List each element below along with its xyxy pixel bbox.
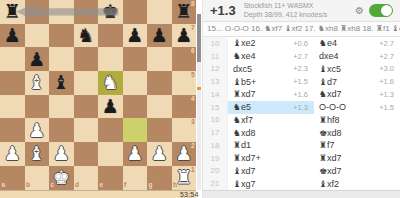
square-b8[interactable]: [25, 0, 50, 24]
clock: 53:54: [180, 191, 199, 198]
black-move-eval: +2.7: [379, 39, 394, 48]
square-f6[interactable]: [123, 47, 148, 71]
move-number: 21: [203, 177, 228, 190]
square-c6[interactable]: [49, 47, 74, 71]
white-move-san: ♝xd7: [233, 166, 256, 176]
white-move-cell-16[interactable]: ♞xf7: [228, 114, 314, 127]
black-knight-d7: ♞: [74, 24, 99, 48]
white-move-san: ♝xg7: [233, 179, 256, 189]
black-move-cell-19[interactable]: ♜xd7: [314, 152, 400, 165]
move-number: 16: [203, 114, 228, 127]
square-b5[interactable]: ♝: [25, 71, 50, 95]
black-move-eval: +1.3: [379, 90, 394, 99]
white-move-san: ♜d1: [233, 140, 251, 150]
square-b6[interactable]: ♟: [25, 47, 50, 71]
white-move-cell-11[interactable]: ♞xe4+2.7: [228, 50, 314, 63]
white-move-cell-20[interactable]: ♝xd7: [228, 165, 314, 178]
square-b4[interactable]: [25, 95, 50, 119]
square-b1[interactable]: b: [25, 166, 50, 190]
square-c5[interactable]: ♝: [49, 71, 74, 95]
white-move-cell-21[interactable]: ♝xg7: [228, 177, 314, 190]
square-h5[interactable]: 5: [172, 71, 197, 95]
black-move-cell-16[interactable]: ♜hf8: [314, 114, 400, 127]
black-move-san: ♜hf8: [319, 115, 340, 125]
square-h6[interactable]: 6: [172, 47, 197, 71]
white-move-cell-19[interactable]: ♜xd7+: [228, 152, 314, 165]
black-rook-h8: ♜: [172, 0, 197, 24]
principal-variation[interactable]: 15... O-O-O 16. ♞xf7 ♝xf2 17. ♞xh8 ♜xh8 …: [203, 22, 400, 37]
scrollbar-current-marker: [197, 87, 201, 90]
white-move-cell-17[interactable]: ♞xd8: [228, 126, 314, 139]
white-knight-e5: ♞: [98, 71, 123, 95]
white-pawn-a2: ♟: [0, 142, 25, 166]
black-move-san: ♝xc5: [319, 64, 341, 74]
square-d2[interactable]: [74, 142, 99, 166]
black-bishop-c5: ♝: [49, 71, 74, 95]
square-e6[interactable]: [98, 47, 123, 71]
white-pawn-h2: ♟: [172, 142, 197, 166]
black-move-san: ♝d7: [319, 77, 337, 87]
white-bishop-b5: ♝: [25, 71, 50, 95]
move-row-11: 11♞xe4+2.7dxe4+2.7: [203, 50, 400, 63]
square-e2[interactable]: [98, 142, 123, 166]
white-pawn-f2: ♟: [123, 142, 148, 166]
black-pawn-a7: ♟: [0, 24, 25, 48]
rank-label-7: 7: [191, 25, 195, 32]
square-d6[interactable]: [74, 47, 99, 71]
engine-depth: Depth 38/99, 412 knodes/s: [244, 11, 328, 20]
file-label-d: d: [75, 182, 79, 189]
black-move-san: ♚xd8: [319, 128, 342, 138]
settings-gear-icon[interactable]: ⚙: [352, 6, 367, 16]
white-move-cell-18[interactable]: ♜d1: [228, 139, 314, 152]
move-list: 10♝xe2+0.6♞e4+2.711♞xe4+2.7dxe4+2.712dxc…: [203, 37, 400, 190]
square-c3[interactable]: [49, 118, 74, 142]
square-g8[interactable]: [147, 0, 172, 24]
square-c1[interactable]: c♚: [49, 166, 74, 190]
square-h3[interactable]: 3: [172, 118, 197, 142]
square-g5[interactable]: [147, 71, 172, 95]
movelist-scrollbar[interactable]: [197, 0, 201, 198]
white-pawn-b3: ♟: [25, 118, 50, 142]
square-b3[interactable]: ♟: [25, 118, 50, 142]
black-move-san: dxe4: [319, 51, 339, 61]
black-move-san: ♝xf2: [319, 179, 339, 189]
white-move-san: ♝xe2: [233, 38, 256, 48]
square-a6[interactable]: [0, 47, 25, 71]
black-pawn-h7: ♟: [172, 24, 197, 48]
black-move-cell-20[interactable]: ♚xd7: [314, 165, 400, 178]
square-e4[interactable]: ♟: [98, 95, 123, 119]
square-d3[interactable]: [74, 118, 99, 142]
square-a8[interactable]: ♜: [0, 0, 25, 24]
move-number: 17: [203, 126, 228, 139]
white-pawn-g2: ♟: [147, 142, 172, 166]
move-row-10: 10♝xe2+0.6♞e4+2.7: [203, 37, 400, 50]
square-c2[interactable]: ♟: [49, 142, 74, 166]
square-f8[interactable]: [123, 0, 148, 24]
black-move-cell-11[interactable]: dxe4+2.7: [314, 50, 400, 63]
chess-analysis-app: ♜♚8♜♟♞♟♟7♟♟6♝♝♞5♟4♟3♟♝♟♟♟2♟abc♚defgh1♜ 5…: [0, 0, 400, 198]
black-move-san: ♚xd7: [319, 166, 342, 176]
move-row-13: 13♝b5++1.5♝d7+1.6: [203, 75, 400, 88]
white-move-cell-12[interactable]: dxc5+2.3: [228, 63, 314, 76]
square-g2[interactable]: ♟: [147, 142, 172, 166]
black-move-cell-18[interactable]: ♜f7: [314, 139, 400, 152]
engine-name: Stockfish 11+ WASMX: [244, 2, 328, 11]
square-a4[interactable]: [0, 95, 25, 119]
move-row-17: 17♞xd8♚xd8: [203, 126, 400, 139]
square-d8[interactable]: [74, 0, 99, 24]
chess-board: ♜♚8♜♟♞♟♟7♟♟6♝♝♞5♟4♟3♟♝♟♟♟2♟abc♚defgh1♜ 5…: [0, 0, 196, 198]
rank-label-1: 1: [191, 167, 195, 174]
file-label-c: c: [51, 182, 55, 189]
square-d7[interactable]: ♞: [74, 24, 99, 48]
square-e1[interactable]: e: [98, 166, 123, 190]
scrollbar-thumb[interactable]: [197, 14, 201, 62]
white-bishop-b2: ♝: [25, 142, 50, 166]
black-move-cell-21[interactable]: ♝xf2: [314, 177, 400, 190]
file-label-e: e: [100, 182, 104, 189]
black-move-eval: +1.5: [379, 103, 394, 112]
white-move-san: ♞xf7: [233, 115, 253, 125]
board-footer: [0, 190, 196, 198]
toggle-knob-icon: [381, 5, 392, 16]
move-row-21: 21♝xg7♝xf2: [203, 177, 400, 190]
move-row-20: 20♝xd7♚xd7: [203, 165, 400, 178]
white-move-san: ♞xd8: [233, 128, 256, 138]
move-number: 13: [203, 75, 228, 88]
black-pawn-b6: ♟: [25, 47, 50, 71]
move-number: 18: [203, 139, 228, 152]
white-move-eval: +1.3: [293, 103, 308, 112]
move-number: 14: [203, 88, 228, 101]
square-e5[interactable]: ♞: [98, 71, 123, 95]
move-row-14: 14♜xd7+1.6♞xd7+1.3: [203, 88, 400, 101]
black-king-e8: ♚: [98, 0, 123, 24]
engine-panel: +1.3 Stockfish 11+ WASMX Depth 38/99, 41…: [202, 0, 400, 198]
square-c4[interactable]: [49, 95, 74, 119]
rank-label-4: 4: [191, 96, 195, 103]
square-f2[interactable]: ♟: [123, 142, 148, 166]
black-pawn-e4: ♟: [98, 95, 123, 119]
square-e8[interactable]: ♚: [98, 0, 123, 24]
square-g4[interactable]: [147, 95, 172, 119]
white-move-cell-10[interactable]: ♝xe2+0.6: [228, 37, 314, 50]
square-g7[interactable]: ♟: [147, 24, 172, 48]
black-rook-a8: ♜: [0, 0, 25, 24]
white-king-c1: ♚: [49, 166, 74, 190]
white-move-cell-13[interactable]: ♝b5++1.5: [228, 75, 314, 88]
black-move-san: O-O-O: [319, 102, 346, 112]
white-rook-h1: ♜: [172, 166, 197, 190]
square-g6[interactable]: [147, 47, 172, 71]
white-move-cell-14[interactable]: ♜xd7+1.6: [228, 88, 314, 101]
black-move-cell-10[interactable]: ♞e4+2.7: [314, 37, 400, 50]
square-h4[interactable]: 4: [172, 95, 197, 119]
black-move-cell-13[interactable]: ♝d7+1.6: [314, 75, 400, 88]
engine-eval: +1.3: [210, 3, 236, 18]
black-pawn-g7: ♟: [147, 24, 172, 48]
square-f7[interactable]: ♟: [123, 24, 148, 48]
move-row-16: 16♞xf7♜hf8: [203, 114, 400, 127]
white-move-eval: +2.7: [293, 52, 308, 61]
engine-info: Stockfish 11+ WASMX Depth 38/99, 412 kno…: [244, 2, 328, 19]
square-a7[interactable]: ♟: [0, 24, 25, 48]
black-move-cell-15[interactable]: O-O-O+1.5: [314, 101, 400, 114]
black-move-cell-17[interactable]: ♚xd8: [314, 126, 400, 139]
square-h7[interactable]: 7♟: [172, 24, 197, 48]
square-a2[interactable]: ♟: [0, 142, 25, 166]
square-f4[interactable]: [123, 95, 148, 119]
white-move-cell-15[interactable]: ♞e5+1.3: [228, 101, 314, 114]
black-move-san: ♜xd7: [319, 153, 342, 163]
file-label-a: a: [2, 182, 6, 189]
rank-label-8: 8: [191, 1, 195, 8]
square-g1[interactable]: g: [147, 166, 172, 190]
square-e3[interactable]: [98, 118, 123, 142]
square-f5[interactable]: [123, 71, 148, 95]
black-move-eval: +2.7: [379, 52, 394, 61]
black-move-eval: +1.6: [379, 77, 394, 86]
square-a1[interactable]: a: [0, 166, 25, 190]
move-row-15: 15♞e5+1.3O-O-O+1.5: [203, 101, 400, 114]
white-move-san: ♞xe4: [233, 51, 256, 61]
square-b2[interactable]: ♝: [25, 142, 50, 166]
file-label-b: b: [26, 182, 30, 189]
rank-label-5: 5: [191, 72, 195, 79]
square-e7[interactable]: [98, 24, 123, 48]
white-move-san: ♞e5: [233, 102, 251, 112]
move-row-12: 12dxc5+2.3♝xc5+3.0: [203, 63, 400, 76]
black-move-san: ♜f7: [319, 140, 335, 150]
black-move-cell-14[interactable]: ♞xd7+1.3: [314, 88, 400, 101]
black-pawn-f7: ♟: [123, 24, 148, 48]
move-row-18: 18♜d1♜f7: [203, 139, 400, 152]
file-label-h: h: [173, 182, 177, 189]
white-move-eval: +0.6: [293, 39, 308, 48]
rank-label-2: 2: [191, 143, 195, 150]
black-move-eval: +3.0: [379, 64, 394, 73]
move-number: 15: [203, 101, 228, 114]
square-a5[interactable]: [0, 71, 25, 95]
move-number: 10: [203, 37, 228, 50]
move-number: 12: [203, 63, 228, 76]
square-d4[interactable]: [74, 95, 99, 119]
square-h2[interactable]: 2♟: [172, 142, 197, 166]
square-f1[interactable]: f: [123, 166, 148, 190]
file-label-f: f: [124, 182, 126, 189]
square-h8[interactable]: 8♜: [172, 0, 197, 24]
black-move-cell-12[interactable]: ♝xc5+3.0: [314, 63, 400, 76]
board-grid[interactable]: ♜♚8♜♟♞♟♟7♟♟6♝♝♞5♟4♟3♟♝♟♟♟2♟abc♚defgh1♜: [0, 0, 196, 190]
square-d1[interactable]: d: [74, 166, 99, 190]
square-b7[interactable]: [25, 24, 50, 48]
white-move-san: ♝b5+: [233, 77, 256, 87]
black-move-san: ♞e4: [319, 38, 337, 48]
black-move-san: ♞xd7: [319, 89, 342, 99]
rank-label-6: 6: [191, 48, 195, 55]
white-move-eval: +1.5: [293, 77, 308, 86]
move-number: 11: [203, 50, 228, 63]
square-f3[interactable]: [123, 118, 148, 142]
square-a3[interactable]: [0, 118, 25, 142]
panel-footer: [203, 190, 400, 198]
square-c8[interactable]: [49, 0, 74, 24]
square-h1[interactable]: h1♜: [172, 166, 197, 190]
file-label-g: g: [149, 182, 153, 189]
move-row-19: 19♜xd7+♜xd7: [203, 152, 400, 165]
move-number: 19: [203, 152, 228, 165]
square-c7[interactable]: [49, 24, 74, 48]
white-move-eval: +2.3: [293, 64, 308, 73]
white-pawn-c2: ♟: [49, 142, 74, 166]
white-move-san: dxc5: [233, 64, 252, 74]
square-g3[interactable]: [147, 118, 172, 142]
rank-label-3: 3: [191, 119, 195, 126]
engine-header: +1.3 Stockfish 11+ WASMX Depth 38/99, 41…: [203, 0, 400, 22]
move-number: 20: [203, 165, 228, 178]
white-move-eval: +1.6: [293, 90, 308, 99]
white-move-san: ♜xd7+: [233, 153, 261, 163]
engine-toggle[interactable]: [369, 4, 393, 17]
square-d5[interactable]: [74, 71, 99, 95]
white-move-san: ♜xd7: [233, 89, 256, 99]
